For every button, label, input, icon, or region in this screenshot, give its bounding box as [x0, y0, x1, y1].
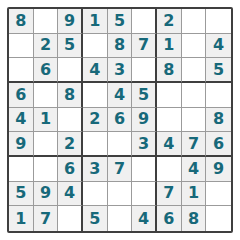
cell-r3c5[interactable]: 3 [108, 58, 133, 83]
cell-r4c6[interactable]: 5 [132, 83, 157, 108]
cell-r5c3[interactable] [58, 108, 83, 133]
cell-r5c9[interactable]: 8 [206, 108, 231, 133]
cell-r2c3[interactable]: 5 [58, 34, 83, 59]
cell-r5c4[interactable]: 2 [83, 108, 108, 133]
cell-r1c6[interactable] [132, 9, 157, 34]
cell-r8c1[interactable]: 5 [9, 182, 34, 207]
cell-r4c4[interactable] [83, 83, 108, 108]
cell-r8c3[interactable]: 4 [58, 182, 83, 207]
cell-r6c7[interactable]: 4 [157, 132, 182, 157]
cell-r9c9[interactable] [206, 206, 231, 231]
cell-r1c7[interactable]: 2 [157, 9, 182, 34]
cell-r2c8[interactable] [182, 34, 207, 59]
sudoku-board: 8915225871464385684541269892347663749594… [7, 7, 233, 233]
cell-r8c6[interactable] [132, 182, 157, 207]
cell-r4c3[interactable]: 8 [58, 83, 83, 108]
cell-r2c9[interactable]: 4 [206, 34, 231, 59]
cell-r4c7[interactable] [157, 83, 182, 108]
cell-r6c1[interactable]: 9 [9, 132, 34, 157]
cell-r6c2[interactable] [34, 132, 59, 157]
cell-r1c1[interactable]: 8 [9, 9, 34, 34]
cell-r2c6[interactable]: 7 [132, 34, 157, 59]
cell-r7c2[interactable] [34, 157, 59, 182]
cell-r6c4[interactable] [83, 132, 108, 157]
cell-r2c7[interactable]: 1 [157, 34, 182, 59]
cell-r9c5[interactable] [108, 206, 133, 231]
cell-r3c2[interactable]: 6 [34, 58, 59, 83]
cell-r5c8[interactable] [182, 108, 207, 133]
cell-r4c1[interactable]: 6 [9, 83, 34, 108]
cell-r6c8[interactable]: 7 [182, 132, 207, 157]
cell-r9c6[interactable]: 4 [132, 206, 157, 231]
cell-r9c8[interactable]: 8 [182, 206, 207, 231]
cell-r6c6[interactable]: 3 [132, 132, 157, 157]
cell-r9c4[interactable]: 5 [83, 206, 108, 231]
cell-r7c5[interactable]: 7 [108, 157, 133, 182]
cell-r8c5[interactable] [108, 182, 133, 207]
cell-r3c1[interactable] [9, 58, 34, 83]
cell-r5c6[interactable]: 9 [132, 108, 157, 133]
cell-r4c5[interactable]: 4 [108, 83, 133, 108]
cell-r8c8[interactable]: 1 [182, 182, 207, 207]
cell-r7c9[interactable]: 9 [206, 157, 231, 182]
cell-r6c9[interactable]: 6 [206, 132, 231, 157]
cell-r1c2[interactable] [34, 9, 59, 34]
cell-r3c7[interactable]: 8 [157, 58, 182, 83]
cell-r3c4[interactable]: 4 [83, 58, 108, 83]
cell-r1c4[interactable]: 1 [83, 9, 108, 34]
cell-r9c1[interactable]: 1 [9, 206, 34, 231]
cell-r5c1[interactable]: 4 [9, 108, 34, 133]
cell-r3c3[interactable] [58, 58, 83, 83]
cell-r8c9[interactable] [206, 182, 231, 207]
cell-r1c3[interactable]: 9 [58, 9, 83, 34]
cell-r9c3[interactable] [58, 206, 83, 231]
cell-r8c7[interactable]: 7 [157, 182, 182, 207]
cell-r3c6[interactable] [132, 58, 157, 83]
cell-r5c5[interactable]: 6 [108, 108, 133, 133]
cell-r5c2[interactable]: 1 [34, 108, 59, 133]
cell-r7c6[interactable] [132, 157, 157, 182]
cell-r6c5[interactable] [108, 132, 133, 157]
cell-r8c4[interactable] [83, 182, 108, 207]
cell-r9c7[interactable]: 6 [157, 206, 182, 231]
cell-r5c7[interactable] [157, 108, 182, 133]
cell-r3c9[interactable]: 5 [206, 58, 231, 83]
cell-r4c2[interactable] [34, 83, 59, 108]
cell-r4c9[interactable] [206, 83, 231, 108]
cell-r2c2[interactable]: 2 [34, 34, 59, 59]
cell-r7c7[interactable] [157, 157, 182, 182]
cell-r1c9[interactable] [206, 9, 231, 34]
cell-r9c2[interactable]: 7 [34, 206, 59, 231]
cell-r3c8[interactable] [182, 58, 207, 83]
cell-r1c5[interactable]: 5 [108, 9, 133, 34]
cell-r7c8[interactable]: 4 [182, 157, 207, 182]
cell-r1c8[interactable] [182, 9, 207, 34]
sudoku-app: 8915225871464385684541269892347663749594… [0, 0, 240, 240]
cell-r2c4[interactable] [83, 34, 108, 59]
cell-r2c1[interactable] [9, 34, 34, 59]
cell-r4c8[interactable] [182, 83, 207, 108]
cell-r6c3[interactable]: 2 [58, 132, 83, 157]
cell-r7c4[interactable]: 3 [83, 157, 108, 182]
cell-r8c2[interactable]: 9 [34, 182, 59, 207]
cell-r2c5[interactable]: 8 [108, 34, 133, 59]
page: { "game": "sudoku", "board_size": "9x9",… [0, 0, 240, 240]
cell-r7c1[interactable] [9, 157, 34, 182]
cell-r7c3[interactable]: 6 [58, 157, 83, 182]
